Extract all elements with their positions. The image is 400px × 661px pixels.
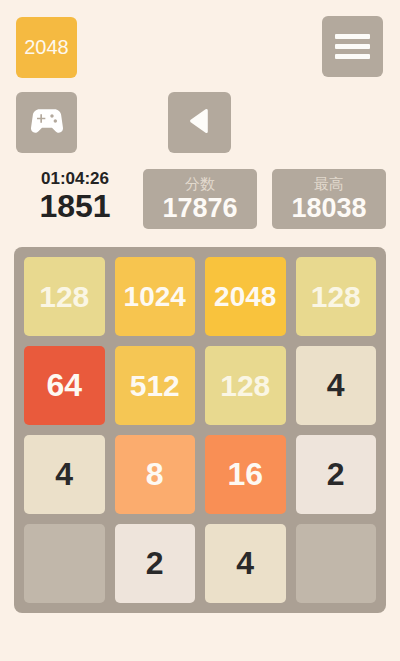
- elapsed-time: 01:04:26: [6, 168, 144, 190]
- tile-128: 128: [24, 257, 105, 336]
- tile-4: 4: [205, 524, 286, 603]
- tile-128: 128: [296, 257, 377, 336]
- best-label: 最高: [314, 175, 344, 194]
- tile-2: 2: [115, 524, 196, 603]
- tile-1024: 1024: [115, 257, 196, 336]
- tile-512: 512: [115, 346, 196, 425]
- back-arrow-icon: [183, 104, 217, 142]
- tile-8: 8: [115, 435, 196, 514]
- score-label: 分数: [185, 175, 215, 194]
- tile-2048: 2048: [205, 257, 286, 336]
- score-value: 17876: [162, 194, 237, 224]
- board[interactable]: 128102420481286451212844816224: [14, 247, 386, 613]
- best-value: 18038: [291, 194, 366, 224]
- move-counter: 1851: [6, 190, 144, 224]
- new-game-button[interactable]: [16, 92, 77, 153]
- app-screen: 2048 01:04:26 1851 分数 17876 最高 18038 128…: [0, 0, 400, 661]
- empty-cell: [24, 524, 105, 603]
- tile-128: 128: [205, 346, 286, 425]
- tile-64: 64: [24, 346, 105, 425]
- empty-cell: [296, 524, 377, 603]
- menu-button[interactable]: [322, 16, 383, 77]
- hamburger-menu-icon: [335, 34, 370, 59]
- gamepad-icon: [27, 101, 67, 145]
- logo-label: 2048: [24, 36, 69, 59]
- undo-back-button[interactable]: [168, 92, 231, 153]
- tile-16: 16: [205, 435, 286, 514]
- logo-tile[interactable]: 2048: [16, 17, 77, 78]
- tile-4: 4: [24, 435, 105, 514]
- tile-2: 2: [296, 435, 377, 514]
- best-score-box: 最高 18038: [272, 169, 386, 229]
- timer-block: 01:04:26 1851: [6, 168, 144, 224]
- tile-4: 4: [296, 346, 377, 425]
- score-box: 分数 17876: [143, 169, 257, 229]
